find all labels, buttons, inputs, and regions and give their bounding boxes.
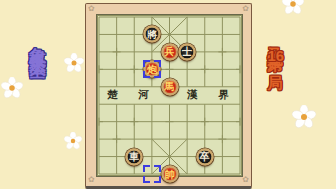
flower-decoration <box>292 105 316 129</box>
river-label-chu-he: 楚 河 <box>98 88 158 102</box>
piece-red-cannon[interactable]: 炮 <box>143 61 160 78</box>
flower-decoration <box>64 53 84 73</box>
right-title: 马炮兵第16局 <box>268 36 283 66</box>
video-frame: 象棋杀法大全 马炮兵第16局 ✿ ✿ ✿ ✿ 楚 河 漢 界 將兵士炮馬車卒帥 <box>0 0 336 189</box>
piece-red-horse[interactable]: 馬 <box>161 78 178 95</box>
river-label-han-jie: 漢 界 <box>178 88 238 102</box>
piece-red-general[interactable]: 帥 <box>161 166 178 183</box>
frame-flower-deco: ✿ <box>88 5 95 13</box>
piece-black-chariot[interactable]: 車 <box>126 148 143 165</box>
piece-black-advisor[interactable]: 士 <box>179 43 196 60</box>
right-title-number: 16 <box>267 48 284 63</box>
flower-decoration <box>282 0 304 15</box>
piece-black-soldier[interactable]: 卒 <box>196 148 213 165</box>
frame-flower-deco: ✿ <box>242 5 249 13</box>
frame-flower-deco: ✿ <box>242 176 249 184</box>
flower-decoration <box>1 77 23 99</box>
frame-flower-deco: ✿ <box>88 176 95 184</box>
piece-black-general[interactable]: 將 <box>143 26 160 43</box>
right-title-prefix: 马炮兵第 <box>267 36 284 48</box>
flower-decoration <box>64 132 82 150</box>
board-grid-surface[interactable]: 楚 河 漢 界 將兵士炮馬車卒帥 <box>96 14 243 177</box>
xiangqi-board: ✿ ✿ ✿ ✿ 楚 河 漢 界 將兵士炮馬車卒帥 <box>85 3 252 189</box>
piece-red-soldier[interactable]: 兵 <box>161 43 178 60</box>
right-title-suffix: 局 <box>267 63 284 66</box>
left-title: 象棋杀法大全 <box>29 33 46 51</box>
